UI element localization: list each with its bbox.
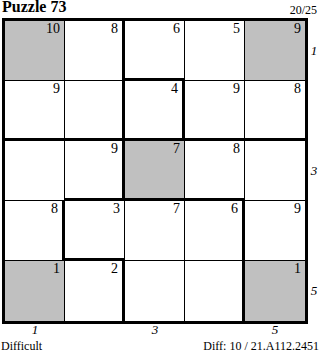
- cell-r1c3[interactable]: 6: [125, 21, 185, 81]
- cell-r3c4[interactable]: 8: [185, 141, 245, 201]
- cell-clue: 9: [294, 21, 301, 37]
- cell-r3c1[interactable]: [5, 141, 65, 201]
- cell-r1c4[interactable]: 5: [185, 21, 245, 81]
- cell-r4c1[interactable]: 8: [5, 201, 65, 261]
- cell-r4c5[interactable]: 9: [245, 201, 305, 261]
- cell-clue: 9: [294, 201, 301, 217]
- cell-r1c2[interactable]: 8: [65, 21, 125, 81]
- cell-clue: 3: [113, 201, 120, 217]
- col-label-5: 5: [265, 323, 285, 337]
- cell-clue: 5: [233, 21, 240, 37]
- cell-r1c1[interactable]: 10: [5, 21, 65, 81]
- cell-clue: 6: [173, 21, 180, 37]
- puzzle-title: Puzzle 73: [2, 0, 66, 16]
- col-label-3: 3: [145, 323, 165, 337]
- cell-r2c2[interactable]: [65, 81, 125, 141]
- cell-r5c5[interactable]: 1: [245, 261, 305, 321]
- cell-clue: 10: [46, 21, 60, 37]
- cell-clue: 1: [294, 261, 301, 277]
- cell-r3c3[interactable]: 7: [125, 141, 185, 201]
- difficulty-label: Difficult: [1, 339, 42, 354]
- cell-clue: 2: [111, 261, 118, 277]
- cell-clue: 9: [53, 81, 60, 97]
- row-label-1: 1: [308, 42, 320, 60]
- cell-clue: 8: [51, 201, 58, 217]
- cell-r5c1[interactable]: 1: [5, 261, 65, 321]
- cell-r5c3[interactable]: [125, 261, 185, 321]
- cell-clue: 4: [171, 81, 178, 97]
- cell-r3c5[interactable]: [245, 141, 305, 201]
- cell-r1c5[interactable]: 9: [245, 21, 305, 81]
- puzzle-counter: 20/25: [290, 3, 317, 18]
- cell-r4c3[interactable]: 7: [125, 201, 185, 261]
- cell-r4c2[interactable]: 3: [65, 201, 125, 261]
- cell-r4c4[interactable]: 6: [185, 201, 245, 261]
- cell-r2c3[interactable]: 4: [125, 81, 185, 141]
- cell-clue: 8: [111, 21, 118, 37]
- col-label-1: 1: [25, 323, 45, 337]
- cell-r2c5[interactable]: 8: [245, 81, 305, 141]
- cell-clue: 8: [294, 81, 301, 97]
- cell-clue: 9: [111, 141, 118, 157]
- cell-clue: 9: [233, 81, 240, 97]
- cell-r2c4[interactable]: 9: [185, 81, 245, 141]
- cell-r2c1[interactable]: 9: [5, 81, 65, 141]
- puzzle-board: 108659949897883769121: [2, 18, 308, 324]
- row-label-3: 3: [308, 162, 320, 180]
- cell-clue: 1: [53, 261, 60, 277]
- cell-clue: 6: [231, 201, 238, 217]
- cell-r5c2[interactable]: 2: [65, 261, 125, 321]
- cell-r3c2[interactable]: 9: [65, 141, 125, 201]
- cell-clue: 7: [173, 201, 180, 217]
- row-label-5: 5: [308, 282, 320, 300]
- puzzle-id: Diff: 10 / 21.A112.2451: [203, 339, 319, 354]
- cell-r5c4[interactable]: [185, 261, 245, 321]
- cell-clue: 8: [233, 141, 240, 157]
- cell-clue: 7: [173, 141, 180, 157]
